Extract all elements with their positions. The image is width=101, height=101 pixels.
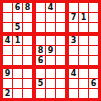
sudoku-cell-empty[interactable]	[89, 69, 98, 78]
sudoku-cell-empty[interactable]	[13, 89, 22, 98]
sudoku-cell-empty[interactable]	[79, 23, 88, 32]
sudoku-cell-given[interactable]: 1	[13, 36, 22, 45]
sudoku-cell-given[interactable]: 4	[3, 36, 12, 45]
sudoku-cell-empty[interactable]	[36, 89, 45, 98]
sudoku-cell-given[interactable]: 3	[69, 36, 78, 45]
sudoku-cell-given[interactable]: 2	[3, 89, 12, 98]
sudoku-cell-empty[interactable]	[56, 13, 65, 22]
sudoku-cell-empty[interactable]	[36, 13, 45, 22]
sudoku-cell-empty[interactable]	[46, 79, 55, 88]
sudoku-cell-empty[interactable]	[79, 56, 88, 65]
sudoku-cell-empty[interactable]	[46, 36, 55, 45]
sudoku-cell-empty[interactable]	[89, 3, 98, 12]
sudoku-cell-empty[interactable]	[23, 89, 32, 98]
sudoku-cell-empty[interactable]	[79, 89, 88, 98]
sudoku-cell-empty[interactable]	[3, 13, 12, 22]
sudoku-cell-empty[interactable]	[89, 46, 98, 55]
sudoku-cell-empty[interactable]	[13, 56, 22, 65]
sudoku-cell-empty[interactable]	[36, 36, 45, 45]
sudoku-cell-empty[interactable]	[3, 3, 12, 12]
sudoku-cell-empty[interactable]	[3, 56, 12, 65]
sudoku-cell-empty[interactable]	[23, 23, 32, 32]
sudoku-cell-given[interactable]: 8	[36, 46, 45, 55]
sudoku-cell-empty[interactable]	[89, 13, 98, 22]
sudoku-cell-empty[interactable]	[46, 13, 55, 22]
sudoku-board: 68471541389694562	[0, 0, 101, 101]
sudoku-cell-given[interactable]: 5	[36, 79, 45, 88]
sudoku-cell-empty[interactable]	[69, 56, 78, 65]
sudoku-cell-empty[interactable]	[13, 69, 22, 78]
sudoku-cell-given[interactable]: 7	[69, 13, 78, 22]
sudoku-cell-empty[interactable]	[79, 3, 88, 12]
sudoku-cell-empty[interactable]	[56, 56, 65, 65]
sudoku-cell-empty[interactable]	[13, 79, 22, 88]
sudoku-cell-empty[interactable]	[23, 56, 32, 65]
sudoku-cell-given[interactable]: 9	[3, 69, 12, 78]
sudoku-cell-empty[interactable]	[3, 46, 12, 55]
sudoku-cell-empty[interactable]	[56, 79, 65, 88]
sudoku-cell-empty[interactable]	[13, 46, 22, 55]
sudoku-cell-empty[interactable]	[23, 13, 32, 22]
sudoku-cell-given[interactable]: 9	[46, 46, 55, 55]
sudoku-cell-empty[interactable]	[36, 3, 45, 12]
sudoku-cell-empty[interactable]	[89, 89, 98, 98]
sudoku-cell-empty[interactable]	[46, 23, 55, 32]
sudoku-cell-empty[interactable]	[36, 23, 45, 32]
sudoku-cell-empty[interactable]	[46, 69, 55, 78]
sudoku-cell-empty[interactable]	[36, 69, 45, 78]
sudoku-cell-given[interactable]: 6	[89, 79, 98, 88]
sudoku-cell-empty[interactable]	[69, 46, 78, 55]
sudoku-cell-empty[interactable]	[46, 89, 55, 98]
sudoku-cell-given[interactable]: 4	[46, 3, 55, 12]
sudoku-cell-given[interactable]: 6	[36, 56, 45, 65]
sudoku-cell-empty[interactable]	[23, 36, 32, 45]
sudoku-cell-given[interactable]: 5	[13, 23, 22, 32]
sudoku-cell-empty[interactable]	[89, 36, 98, 45]
sudoku-cell-empty[interactable]	[56, 46, 65, 55]
sudoku-cell-empty[interactable]	[3, 79, 12, 88]
sudoku-cell-empty[interactable]	[79, 46, 88, 55]
sudoku-cell-given[interactable]: 6	[13, 3, 22, 12]
sudoku-cell-empty[interactable]	[13, 13, 22, 22]
sudoku-cell-empty[interactable]	[89, 56, 98, 65]
sudoku-cell-given[interactable]: 4	[69, 69, 78, 78]
sudoku-cell-empty[interactable]	[23, 46, 32, 55]
sudoku-cell-empty[interactable]	[69, 3, 78, 12]
sudoku-cell-empty[interactable]	[3, 23, 12, 32]
sudoku-cell-given[interactable]: 8	[23, 3, 32, 12]
sudoku-cell-given[interactable]: 1	[79, 13, 88, 22]
sudoku-cell-empty[interactable]	[69, 89, 78, 98]
sudoku-cell-empty[interactable]	[79, 36, 88, 45]
sudoku-cell-empty[interactable]	[23, 79, 32, 88]
sudoku-cell-empty[interactable]	[56, 89, 65, 98]
sudoku-cell-empty[interactable]	[56, 3, 65, 12]
sudoku-cell-empty[interactable]	[69, 79, 78, 88]
sudoku-cell-empty[interactable]	[56, 23, 65, 32]
sudoku-cell-empty[interactable]	[23, 69, 32, 78]
sudoku-cell-empty[interactable]	[56, 36, 65, 45]
sudoku-cell-empty[interactable]	[56, 69, 65, 78]
sudoku-cell-empty[interactable]	[89, 23, 98, 32]
sudoku-cell-empty[interactable]	[69, 23, 78, 32]
sudoku-cell-empty[interactable]	[46, 56, 55, 65]
sudoku-cell-empty[interactable]	[79, 69, 88, 78]
sudoku-cell-empty[interactable]	[79, 79, 88, 88]
